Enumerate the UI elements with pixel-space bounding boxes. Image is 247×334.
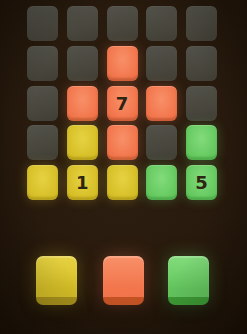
orange-tile-r4c3[interactable]	[107, 125, 138, 160]
empty-cell-r4c1[interactable]	[27, 125, 58, 160]
empty-cell-r2c1[interactable]	[27, 46, 58, 81]
empty-cell-r1c4[interactable]	[146, 6, 177, 41]
yellow-tile-r4c2[interactable]	[67, 125, 98, 160]
empty-cell-r4c4[interactable]	[146, 125, 177, 160]
tray-tile-yellow[interactable]	[36, 256, 77, 305]
green-tile-r5c5[interactable]: 5	[186, 165, 217, 200]
empty-cell-r2c4[interactable]	[146, 46, 177, 81]
empty-cell-r2c2[interactable]	[67, 46, 98, 81]
yellow-tile-r5c1[interactable]	[27, 165, 58, 200]
empty-cell-r2c5[interactable]	[186, 46, 217, 81]
tray-tile-green[interactable]	[168, 256, 209, 305]
green-tile-r5c4[interactable]	[146, 165, 177, 200]
game-screen: 715	[0, 0, 247, 334]
empty-cell-r3c5[interactable]	[186, 86, 217, 121]
empty-cell-r1c1[interactable]	[27, 6, 58, 41]
orange-tile-r3c2[interactable]	[67, 86, 98, 121]
tile-number: 1	[76, 173, 89, 192]
empty-cell-r1c2[interactable]	[67, 6, 98, 41]
orange-tile-r3c3[interactable]: 7	[107, 86, 138, 121]
empty-cell-r1c5[interactable]	[186, 6, 217, 41]
tile-number: 7	[116, 94, 129, 113]
green-tile-r4c5[interactable]	[186, 125, 217, 160]
empty-cell-r3c1[interactable]	[27, 86, 58, 121]
yellow-tile-r5c2[interactable]: 1	[67, 165, 98, 200]
orange-tile-r2c3[interactable]	[107, 46, 138, 81]
orange-tile-r3c4[interactable]	[146, 86, 177, 121]
tile-number: 5	[195, 173, 208, 192]
tray-tile-orange[interactable]	[103, 256, 144, 305]
board: 715	[27, 6, 217, 200]
yellow-tile-r5c3[interactable]	[107, 165, 138, 200]
empty-cell-r1c3[interactable]	[107, 6, 138, 41]
